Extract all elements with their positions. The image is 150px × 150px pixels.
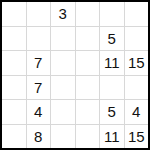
cell-r3c0[interactable] [2,76,26,100]
puzzle-board: 3571115745481115 [0,0,150,150]
cell-r0c4[interactable] [100,2,124,26]
cell-r5c2[interactable] [51,125,75,149]
cell-r4c0[interactable] [2,100,26,124]
cell-r4c3[interactable] [76,100,100,124]
cell-r5c5[interactable]: 15 [125,125,149,149]
cell-r2c2[interactable] [51,51,75,75]
cell-r4c5[interactable]: 4 [125,100,149,124]
cell-r1c0[interactable] [2,27,26,51]
cell-r1c3[interactable] [76,27,100,51]
cell-r3c3[interactable] [76,76,100,100]
cell-r1c2[interactable] [51,27,75,51]
cell-r2c5[interactable]: 15 [125,51,149,75]
cell-r3c1[interactable]: 7 [27,76,51,100]
cell-r3c4[interactable] [100,76,124,100]
cell-r5c0[interactable] [2,125,26,149]
cell-r4c4[interactable]: 5 [100,100,124,124]
cell-r0c0[interactable] [2,2,26,26]
cell-r2c1[interactable]: 7 [27,51,51,75]
cell-r2c4[interactable]: 11 [100,51,124,75]
cell-r2c0[interactable] [2,51,26,75]
cell-r3c5[interactable] [125,76,149,100]
cell-r5c1[interactable]: 8 [27,125,51,149]
cell-r3c2[interactable] [51,76,75,100]
cell-r0c2[interactable]: 3 [51,2,75,26]
cell-r5c4[interactable]: 11 [100,125,124,149]
cell-r0c1[interactable] [27,2,51,26]
cell-r2c3[interactable] [76,51,100,75]
cell-r0c3[interactable] [76,2,100,26]
cell-r4c2[interactable] [51,100,75,124]
cell-r1c4[interactable]: 5 [100,27,124,51]
cell-r1c5[interactable] [125,27,149,51]
cell-r4c1[interactable]: 4 [27,100,51,124]
cell-r1c1[interactable] [27,27,51,51]
cell-r5c3[interactable] [76,125,100,149]
cell-r0c5[interactable] [125,2,149,26]
